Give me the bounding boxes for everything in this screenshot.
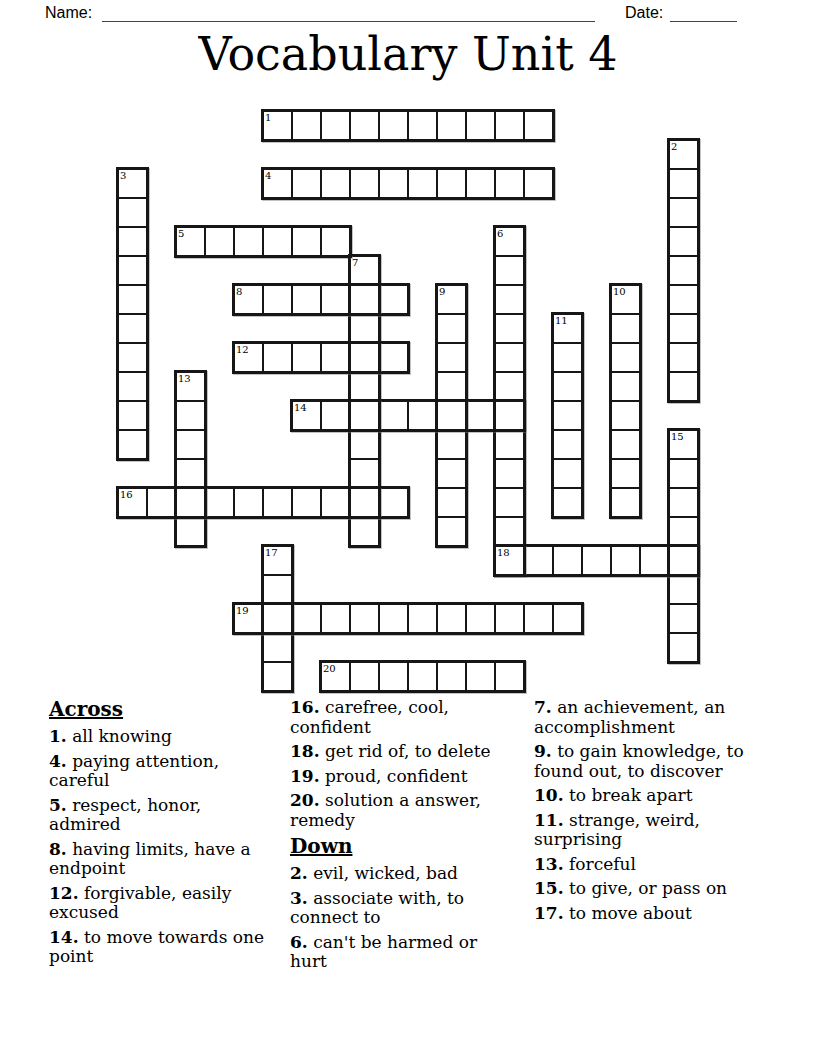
clue-20: 20. solution a answer, remedy — [290, 791, 515, 830]
clue-4-number: 4. — [49, 751, 67, 771]
clue-19: 19. proud, confident — [290, 767, 515, 787]
word-1-across-outline — [261, 109, 555, 142]
clue-14: 14. to move towards one point — [49, 928, 274, 967]
clue-6: 6. can't be harmed or hurt — [290, 933, 515, 972]
clue-19-number: 19. — [290, 766, 320, 786]
clue-12: 12. forgivable, easily excused — [49, 884, 274, 923]
clue-17: 17. to move about — [534, 904, 759, 924]
clue-2-number: 2. — [290, 863, 308, 883]
clue-20-number: 20. — [290, 790, 320, 810]
cell-number-9: 9 — [439, 287, 445, 297]
word-20-across-outline — [319, 660, 526, 693]
cell-number-19: 19 — [236, 606, 249, 616]
clue-2: 2. evil, wicked, bad — [290, 864, 515, 884]
clue-11: 11. strange, weird, surprising — [534, 811, 759, 850]
clue-16-number: 16. — [290, 697, 320, 717]
word-11-down-outline — [551, 312, 584, 519]
cell-number-15: 15 — [671, 432, 684, 442]
clue-16: 16. carefree, cool, confident — [290, 698, 515, 737]
cell-number-11: 11 — [555, 316, 568, 326]
word-8-across-outline — [232, 283, 410, 316]
clue-column-3: 7. an achievement, an accomplishment9. t… — [534, 698, 759, 928]
across-heading: Across — [49, 698, 274, 721]
cell-number-16: 16 — [120, 490, 133, 500]
clue-14-number: 14. — [49, 927, 79, 947]
cell-number-14: 14 — [294, 403, 307, 413]
clue-10-number: 10. — [534, 785, 564, 805]
cell-number-20: 20 — [323, 664, 336, 674]
cell-number-10: 10 — [613, 287, 626, 297]
clue-15-number: 15. — [534, 878, 564, 898]
word-18-across-outline — [493, 544, 700, 577]
cell-number-2: 2 — [671, 142, 677, 152]
word-5-across-outline — [174, 225, 352, 258]
cell-number-12: 12 — [236, 345, 249, 355]
clue-17-number: 17. — [534, 903, 564, 923]
clue-15: 15. to give, or pass on — [534, 879, 759, 899]
word-4-across-outline — [261, 167, 555, 200]
clue-3-number: 3. — [290, 888, 308, 908]
cell-number-18: 18 — [497, 548, 510, 558]
word-2-down-outline — [667, 138, 700, 403]
clue-12-number: 12. — [49, 883, 79, 903]
clue-4: 4. paying attention, careful — [49, 752, 274, 791]
cell-number-17: 17 — [265, 548, 278, 558]
clue-11-number: 11. — [534, 810, 564, 830]
word-16-across-outline — [116, 486, 410, 519]
down-heading: Down — [290, 835, 515, 858]
clue-column-1: Across1. all knowing4. paying attention,… — [49, 698, 274, 972]
clue-9: 9. to gain knowledge, to found out, to d… — [534, 742, 759, 781]
cell-number-4: 4 — [265, 171, 271, 181]
clue-5: 5. respect, honor, admired — [49, 796, 274, 835]
cell-number-7: 7 — [352, 258, 358, 268]
clue-1: 1. all knowing — [49, 727, 274, 747]
word-3-down-outline — [116, 167, 149, 461]
word-13-down-outline — [174, 370, 207, 548]
cell-number-8: 8 — [236, 287, 242, 297]
clue-7-number: 7. — [534, 697, 552, 717]
worksheet-page: Name: Date: Vocabulary Unit 4 1234561878… — [0, 0, 816, 1056]
clue-10: 10. to break apart — [534, 786, 759, 806]
clue-18: 18. get rid of, to delete — [290, 742, 515, 762]
clue-8: 8. having limits, have a endpoint — [49, 840, 274, 879]
word-19-across-outline — [232, 602, 584, 635]
clue-3: 3. associate with, to connect to — [290, 889, 515, 928]
clue-13-number: 13. — [534, 854, 564, 874]
clue-9-number: 9. — [534, 741, 552, 761]
cell-number-1: 1 — [265, 113, 271, 123]
clue-6-number: 6. — [290, 932, 308, 952]
clue-8-number: 8. — [49, 839, 67, 859]
cell-number-6: 6 — [497, 229, 503, 239]
clue-column-2: 16. carefree, cool, confident18. get rid… — [290, 698, 515, 977]
cell-number-13: 13 — [178, 374, 191, 384]
cell-number-3: 3 — [120, 171, 126, 181]
word-14-across-outline — [290, 399, 526, 432]
clue-18-number: 18. — [290, 741, 320, 761]
word-12-across-outline — [232, 341, 410, 374]
clue-13: 13. forceful — [534, 855, 759, 875]
word-10-down-outline — [609, 283, 642, 519]
clue-7: 7. an achievement, an accomplishment — [534, 698, 759, 737]
cell-number-5: 5 — [178, 229, 184, 239]
clue-1-number: 1. — [49, 726, 67, 746]
clue-5-number: 5. — [49, 795, 67, 815]
